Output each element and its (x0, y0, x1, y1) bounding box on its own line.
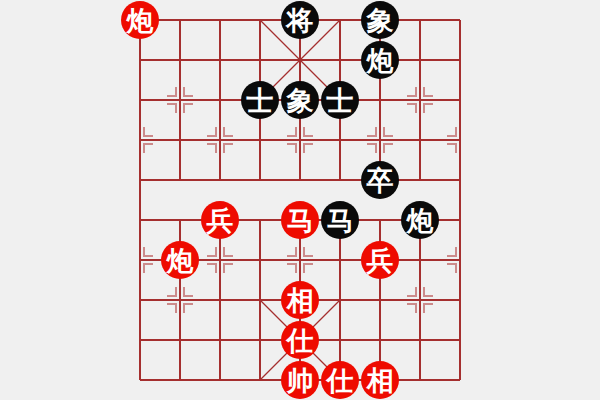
piece-black-advisor[interactable]: 士 (321, 81, 359, 119)
piece-black-cannon[interactable]: 炮 (401, 201, 439, 239)
piece-black-general[interactable]: 将 (281, 1, 319, 39)
xiangqi-app: 炮将象炮士象士卒兵马马炮炮兵相仕帅仕相 (0, 0, 600, 400)
piece-red-pawn[interactable]: 兵 (361, 241, 399, 279)
piece-red-general[interactable]: 帅 (281, 361, 319, 399)
piece-red-pawn[interactable]: 兵 (201, 201, 239, 239)
piece-black-pawn[interactable]: 卒 (361, 161, 399, 199)
piece-black-elephant[interactable]: 象 (281, 81, 319, 119)
piece-red-cannon[interactable]: 炮 (161, 241, 199, 279)
xiangqi-board[interactable]: 炮将象炮士象士卒兵马马炮炮兵相仕帅仕相 (120, 0, 480, 400)
piece-red-cannon[interactable]: 炮 (121, 1, 159, 39)
piece-red-advisor[interactable]: 仕 (281, 321, 319, 359)
piece-red-advisor[interactable]: 仕 (321, 361, 359, 399)
piece-black-elephant[interactable]: 象 (361, 1, 399, 39)
piece-red-elephant[interactable]: 相 (281, 281, 319, 319)
piece-red-elephant[interactable]: 相 (361, 361, 399, 399)
piece-black-cannon[interactable]: 炮 (361, 41, 399, 79)
piece-black-advisor[interactable]: 士 (241, 81, 279, 119)
piece-red-horse[interactable]: 马 (281, 201, 319, 239)
piece-black-horse[interactable]: 马 (321, 201, 359, 239)
